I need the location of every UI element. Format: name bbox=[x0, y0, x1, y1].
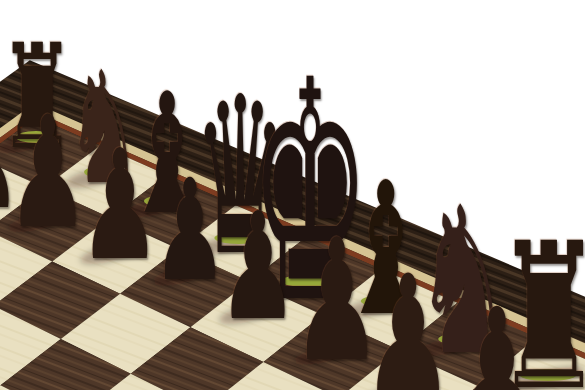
felt-base-a8 bbox=[16, 131, 57, 143]
felt-base-c8 bbox=[144, 195, 188, 207]
felt-base-f7 bbox=[314, 342, 358, 354]
felt-base-b7 bbox=[27, 210, 67, 222]
felt-base-e7 bbox=[238, 302, 276, 314]
felt-base-d8 bbox=[214, 232, 263, 244]
felt-base-e8 bbox=[280, 275, 338, 287]
chess-board bbox=[0, 0, 585, 390]
felt-base-d7 bbox=[171, 264, 207, 276]
felt-base-h8 bbox=[520, 369, 577, 381]
felt-base-b8 bbox=[84, 166, 122, 178]
felt-base-c7 bbox=[99, 242, 139, 254]
felt-base-f8 bbox=[361, 295, 409, 307]
chess-set-product-photo: ♜♞♟♝♟♛♟♟♚♝♟♞♟♜♟♟ bbox=[0, 0, 585, 390]
felt-base-g8 bbox=[438, 333, 488, 345]
